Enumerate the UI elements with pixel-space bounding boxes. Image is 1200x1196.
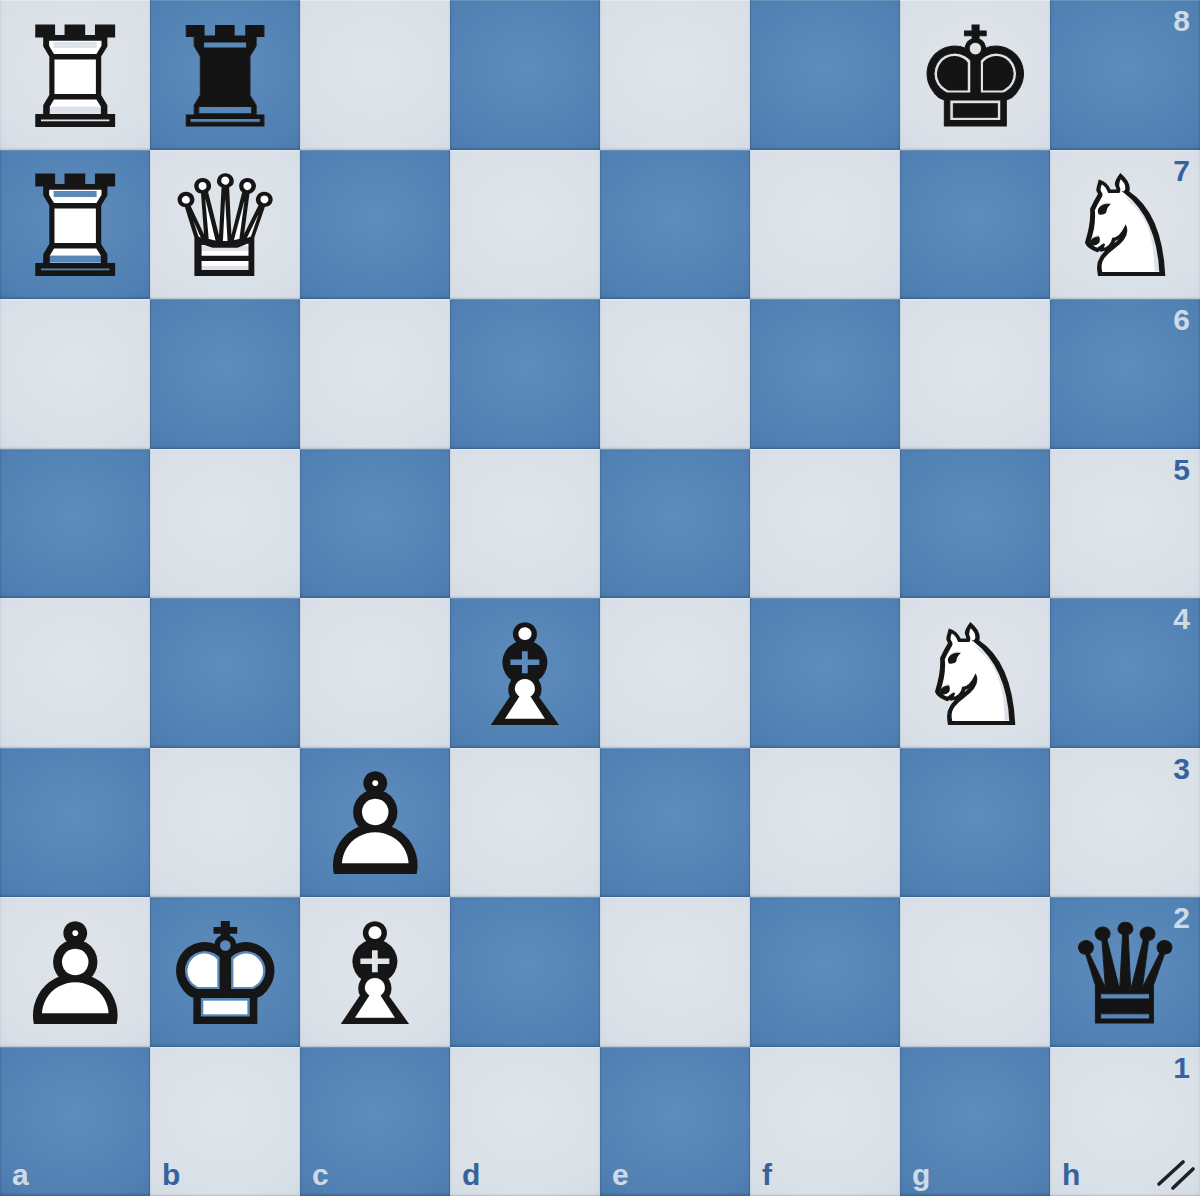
square-f2[interactable]: [750, 897, 900, 1047]
file-label-a: a: [12, 1160, 29, 1190]
black-queen-icon: ♛: [1063, 907, 1187, 1045]
white-pawn-piece[interactable]: ♟♙: [313, 757, 437, 895]
square-h6[interactable]: 6: [1050, 299, 1200, 449]
square-g2[interactable]: [900, 897, 1050, 1047]
square-e6[interactable]: [600, 299, 750, 449]
square-h2[interactable]: ♛♛2: [1050, 897, 1200, 1047]
square-b3[interactable]: [150, 748, 300, 898]
square-h5[interactable]: 5: [1050, 449, 1200, 599]
black-king-piece[interactable]: ♚♚: [913, 10, 1037, 148]
square-e2[interactable]: [600, 897, 750, 1047]
square-c4[interactable]: [300, 598, 450, 748]
black-rook-icon: ♜: [163, 10, 287, 148]
white-knight-icon: ♘: [913, 608, 1037, 746]
square-e3[interactable]: [600, 748, 750, 898]
square-h8[interactable]: 8: [1050, 0, 1200, 150]
square-d3[interactable]: [450, 748, 600, 898]
file-label-e: e: [612, 1160, 629, 1190]
white-bishop-piece[interactable]: ♝♗: [313, 907, 437, 1045]
file-label-f: f: [762, 1160, 772, 1190]
square-f3[interactable]: [750, 748, 900, 898]
square-d8[interactable]: [450, 0, 600, 150]
square-a4[interactable]: [0, 598, 150, 748]
chess-board: ♜♖♜♜♚♚8♜♖♛♕♞♘765♝♗♞♘4♟♙3♟♙♚♔♝♗♛♛2abcdefg…: [0, 0, 1200, 1196]
square-b2[interactable]: ♚♔: [150, 897, 300, 1047]
square-b1[interactable]: b: [150, 1047, 300, 1196]
square-b6[interactable]: [150, 299, 300, 449]
white-queen-icon: ♕: [163, 159, 287, 297]
file-label-d: d: [462, 1160, 480, 1190]
square-c6[interactable]: [300, 299, 450, 449]
square-c7[interactable]: [300, 150, 450, 300]
white-knight-piece[interactable]: ♞♘: [1063, 159, 1187, 297]
square-h3[interactable]: 3: [1050, 748, 1200, 898]
white-bishop-icon: ♗: [313, 907, 437, 1045]
white-pawn-icon: ♙: [13, 907, 137, 1045]
resize-handle-icon[interactable]: [1157, 1160, 1195, 1190]
black-king-icon: ♚: [913, 10, 1037, 148]
white-king-icon: ♔: [163, 907, 287, 1045]
square-e5[interactable]: [600, 449, 750, 599]
white-rook-icon: ♖: [13, 10, 137, 148]
rank-label-8: 8: [1173, 6, 1190, 36]
square-a7[interactable]: ♜♖: [0, 150, 150, 300]
square-e8[interactable]: [600, 0, 750, 150]
square-a2[interactable]: ♟♙: [0, 897, 150, 1047]
square-a3[interactable]: [0, 748, 150, 898]
square-a1[interactable]: a: [0, 1047, 150, 1196]
square-b5[interactable]: [150, 449, 300, 599]
white-pawn-icon: ♙: [313, 757, 437, 895]
square-e4[interactable]: [600, 598, 750, 748]
square-a8[interactable]: ♜♖: [0, 0, 150, 150]
white-king-piece[interactable]: ♚♔: [163, 907, 287, 1045]
rank-label-3: 3: [1173, 754, 1190, 784]
square-f1[interactable]: f: [750, 1047, 900, 1196]
black-queen-piece[interactable]: ♛♛: [1063, 907, 1187, 1045]
white-bishop-icon: ♗: [463, 608, 587, 746]
square-g8[interactable]: ♚♚: [900, 0, 1050, 150]
square-f7[interactable]: [750, 150, 900, 300]
rank-label-5: 5: [1173, 455, 1190, 485]
square-c5[interactable]: [300, 449, 450, 599]
file-label-c: c: [312, 1160, 329, 1190]
square-e7[interactable]: [600, 150, 750, 300]
square-g3[interactable]: [900, 748, 1050, 898]
square-d5[interactable]: [450, 449, 600, 599]
white-rook-piece[interactable]: ♜♖: [13, 159, 137, 297]
square-d6[interactable]: [450, 299, 600, 449]
square-b4[interactable]: [150, 598, 300, 748]
white-rook-piece[interactable]: ♜♖: [13, 10, 137, 148]
square-d4[interactable]: ♝♗: [450, 598, 600, 748]
square-c3[interactable]: ♟♙: [300, 748, 450, 898]
white-knight-piece[interactable]: ♞♘: [913, 608, 1037, 746]
square-d1[interactable]: d: [450, 1047, 600, 1196]
rank-label-1: 1: [1173, 1053, 1190, 1083]
square-d2[interactable]: [450, 897, 600, 1047]
white-queen-piece[interactable]: ♛♕: [163, 159, 287, 297]
square-h7[interactable]: ♞♘7: [1050, 150, 1200, 300]
square-f4[interactable]: [750, 598, 900, 748]
file-label-b: b: [162, 1160, 180, 1190]
square-g6[interactable]: [900, 299, 1050, 449]
square-a6[interactable]: [0, 299, 150, 449]
square-h4[interactable]: 4: [1050, 598, 1200, 748]
square-d7[interactable]: [450, 150, 600, 300]
rank-label-6: 6: [1173, 305, 1190, 335]
square-b7[interactable]: ♛♕: [150, 150, 300, 300]
square-a5[interactable]: [0, 449, 150, 599]
rank-label-4: 4: [1173, 604, 1190, 634]
square-f8[interactable]: [750, 0, 900, 150]
file-label-g: g: [912, 1160, 930, 1190]
square-g5[interactable]: [900, 449, 1050, 599]
square-g1[interactable]: g: [900, 1047, 1050, 1196]
white-pawn-piece[interactable]: ♟♙: [13, 907, 137, 1045]
white-bishop-piece[interactable]: ♝♗: [463, 608, 587, 746]
white-knight-icon: ♘: [1063, 159, 1187, 297]
white-rook-icon: ♖: [13, 159, 137, 297]
square-b8[interactable]: ♜♜: [150, 0, 300, 150]
square-c8[interactable]: [300, 0, 450, 150]
square-g7[interactable]: [900, 150, 1050, 300]
square-e1[interactable]: e: [600, 1047, 750, 1196]
square-c1[interactable]: c: [300, 1047, 450, 1196]
square-f6[interactable]: [750, 299, 900, 449]
square-f5[interactable]: [750, 449, 900, 599]
square-g4[interactable]: ♞♘: [900, 598, 1050, 748]
black-rook-piece[interactable]: ♜♜: [163, 10, 287, 148]
file-label-h: h: [1062, 1160, 1080, 1190]
square-c2[interactable]: ♝♗: [300, 897, 450, 1047]
